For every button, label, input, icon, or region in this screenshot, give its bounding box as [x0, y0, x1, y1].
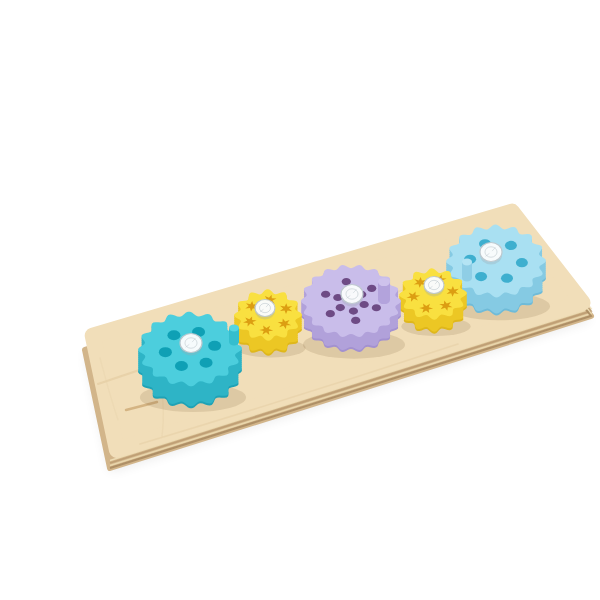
- peg-top: [229, 325, 239, 332]
- round-hole: [516, 258, 528, 267]
- dot-hole: [326, 310, 335, 317]
- gear-3-lavender-cog: [301, 265, 405, 359]
- product-photo: [40, 16, 600, 600]
- peg-turquoise: [229, 325, 239, 346]
- dot-hole: [349, 307, 358, 314]
- clear-knob: [255, 300, 275, 317]
- scene-svg: [40, 16, 600, 600]
- dot-hole: [342, 278, 351, 285]
- round-hole: [200, 358, 213, 368]
- peg-top: [462, 259, 472, 266]
- peg-lavender: [378, 278, 390, 304]
- clear-knob: [480, 243, 502, 262]
- scene-root: [85, 212, 591, 472]
- round-hole: [501, 274, 513, 283]
- round-hole: [208, 341, 221, 351]
- clear-knob: [424, 277, 444, 294]
- round-hole: [475, 272, 487, 281]
- round-hole: [505, 241, 517, 250]
- round-hole: [159, 347, 172, 357]
- clear-knob: [180, 334, 202, 353]
- peg-lightblue: [462, 259, 472, 282]
- dot-hole: [336, 304, 345, 311]
- dot-hole: [321, 291, 330, 298]
- peg-top: [378, 278, 390, 286]
- clear-knob: [341, 285, 363, 304]
- dot-hole: [367, 285, 376, 292]
- dot-hole: [372, 304, 381, 311]
- round-hole: [175, 361, 188, 371]
- round-hole: [167, 330, 180, 340]
- dot-hole: [351, 317, 360, 324]
